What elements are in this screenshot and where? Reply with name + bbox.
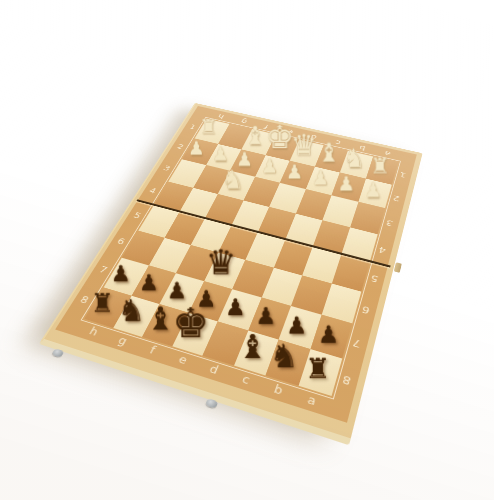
piece-black-pawn-g7[interactable]: ♟ [139, 271, 159, 293]
board-frame: hgfedcba hgfedcba 12345678 12345678 ♜♝♚♛… [55, 106, 417, 423]
piece-white-king-e1[interactable]: ♚ [265, 122, 293, 154]
square-c5[interactable] [274, 239, 313, 275]
piece-white-bishop-c1[interactable]: ♝ [318, 139, 341, 164]
piece-black-pawn-h7[interactable]: ♟ [111, 263, 131, 285]
product-photo: hgfedcba hgfedcba 12345678 12345678 ♜♝♚♛… [0, 0, 494, 500]
piece-black-bishop-c8[interactable]: ♝ [238, 330, 268, 363]
piece-white-knight-b1[interactable]: ♞ [343, 146, 365, 171]
square-b8[interactable]: ♞ [266, 339, 311, 385]
piece-white-pawn-h2[interactable]: ♟ [188, 139, 205, 158]
piece-black-pawn-c7[interactable]: ♟ [256, 304, 277, 327]
piece-white-knight-f3[interactable]: ♞ [222, 166, 245, 192]
piece-white-rook-h1[interactable]: ♜ [200, 117, 218, 137]
piece-white-pawn-b2[interactable]: ♟ [338, 174, 356, 194]
piece-white-bishop-f1[interactable]: ♝ [244, 123, 266, 148]
piece-black-rook-a8[interactable]: ♜ [305, 355, 330, 383]
piece-black-pawn-a7[interactable]: ♟ [318, 322, 339, 346]
board-rim: hgfedcba hgfedcba 12345678 12345678 ♜♝♚♛… [39, 103, 423, 445]
piece-white-rook-a1[interactable]: ♜ [371, 155, 390, 176]
piece-white-pawn-e2[interactable]: ♟ [261, 156, 278, 175]
playing-area: ♜♝♚♛♝♞♜♟♟♟♟♟♟♟♟♞♛♟♟♟♟♟♟♟♟♜♞♝♚♝♞♜ [84, 119, 398, 396]
piece-white-pawn-c2[interactable]: ♟ [312, 168, 329, 187]
hinge-icon [51, 348, 64, 357]
square-a8[interactable]: ♜ [298, 349, 342, 396]
piece-black-queen-e6[interactable]: ♛ [205, 245, 236, 279]
clasp-icon [394, 262, 402, 273]
square-a4[interactable] [341, 227, 378, 262]
piece-black-king-e8[interactable]: ♚ [172, 303, 209, 344]
piece-white-pawn-a2[interactable]: ♟ [364, 180, 382, 200]
piece-black-pawn-d7[interactable]: ♟ [225, 296, 246, 319]
piece-black-knight-g8[interactable]: ♞ [117, 295, 145, 326]
piece-black-rook-h8[interactable]: ♜ [91, 291, 114, 317]
square-a2[interactable]: ♟ [358, 178, 392, 208]
squares-grid: ♜♝♚♛♝♞♜♟♟♟♟♟♟♟♟♞♛♟♟♟♟♟♟♟♟♜♞♝♚♝♞♜ [84, 119, 398, 396]
hinge-icon [205, 398, 218, 409]
piece-white-queen-d1[interactable]: ♛ [291, 130, 317, 159]
piece-black-knight-b8[interactable]: ♞ [270, 340, 299, 372]
piece-black-bishop-f8[interactable]: ♝ [146, 303, 175, 335]
chess-board: hgfedcba hgfedcba 12345678 12345678 ♜♝♚♛… [39, 103, 423, 445]
piece-white-pawn-d2[interactable]: ♟ [286, 162, 303, 181]
piece-black-pawn-f7[interactable]: ♟ [167, 279, 187, 302]
piece-black-pawn-b7[interactable]: ♟ [286, 313, 307, 337]
piece-white-pawn-g2[interactable]: ♟ [212, 145, 229, 164]
